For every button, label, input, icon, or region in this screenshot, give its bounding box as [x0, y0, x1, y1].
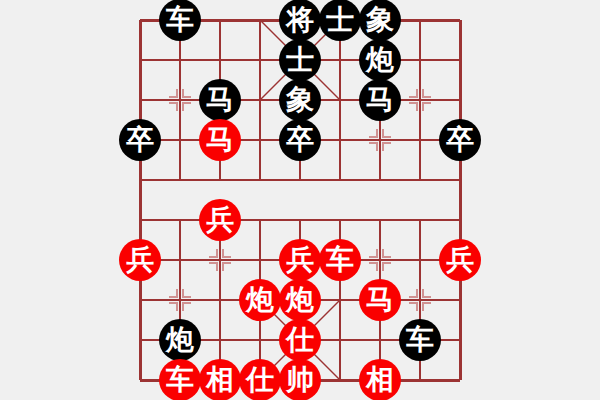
board-point-r0c8[interactable]	[440, 0, 480, 40]
board-point-r7c7[interactable]	[400, 280, 440, 320]
piece-red-elephant[interactable]: 相	[199, 359, 241, 400]
piece-black-chariot[interactable]: 车	[159, 0, 201, 41]
board-point-r8c3[interactable]	[240, 320, 280, 360]
board-point-r4c4[interactable]	[280, 160, 320, 200]
board-point-r3c0[interactable]: 卒	[120, 120, 160, 160]
board-point-r5c5[interactable]	[320, 200, 360, 240]
board-point-r3c8[interactable]: 卒	[440, 120, 480, 160]
board-point-r5c3[interactable]	[240, 200, 280, 240]
board-point-r0c6[interactable]: 象	[360, 0, 400, 40]
piece-black-general[interactable]: 将	[279, 0, 321, 41]
board-point-r5c8[interactable]	[440, 200, 480, 240]
board-point-r2c6[interactable]: 马	[360, 80, 400, 120]
board-point-r3c2[interactable]: 马	[200, 120, 240, 160]
board-point-r9c7[interactable]	[400, 360, 440, 400]
piece-black-cannon[interactable]: 炮	[359, 39, 401, 81]
board-point-r8c4[interactable]: 仕	[280, 320, 320, 360]
board-point-r7c3[interactable]: 炮	[240, 280, 280, 320]
piece-red-cannon[interactable]: 炮	[239, 279, 281, 321]
board-point-r0c2[interactable]	[200, 0, 240, 40]
board-point-r4c8[interactable]	[440, 160, 480, 200]
board-point-r2c5[interactable]	[320, 80, 360, 120]
board-point-r1c8[interactable]	[440, 40, 480, 80]
xiangqi-board: 车将士象士炮马象马卒马卒卒兵兵兵车兵炮炮马炮仕车车相仕帅相	[120, 0, 480, 400]
board-point-r0c1[interactable]: 车	[160, 0, 200, 40]
board-point-r1c5[interactable]	[320, 40, 360, 80]
board-point-r4c6[interactable]	[360, 160, 400, 200]
board-point-r1c7[interactable]	[400, 40, 440, 80]
piece-red-soldier[interactable]: 兵	[439, 239, 481, 281]
board-point-r1c3[interactable]	[240, 40, 280, 80]
point-mark	[207, 247, 233, 273]
board-point-r8c6[interactable]	[360, 320, 400, 360]
piece-red-soldier[interactable]: 兵	[279, 239, 321, 281]
board-point-r7c5[interactable]	[320, 280, 360, 320]
piece-red-advisor[interactable]: 仕	[239, 359, 281, 400]
board-point-r1c2[interactable]	[200, 40, 240, 80]
board-point-r2c8[interactable]	[440, 80, 480, 120]
piece-red-horse[interactable]: 马	[359, 279, 401, 321]
board-point-r8c1[interactable]: 炮	[160, 320, 200, 360]
board-point-r9c6[interactable]: 相	[360, 360, 400, 400]
board-point-r2c3[interactable]	[240, 80, 280, 120]
board-point-r2c0[interactable]	[120, 80, 160, 120]
point-mark	[407, 287, 433, 313]
board-point-r4c7[interactable]	[400, 160, 440, 200]
piece-red-chariot[interactable]: 车	[159, 359, 201, 400]
piece-red-cannon[interactable]: 炮	[279, 279, 321, 321]
board-point-r6c2[interactable]	[200, 240, 240, 280]
board-point-r6c0[interactable]: 兵	[120, 240, 160, 280]
board-point-r0c5[interactable]: 士	[320, 0, 360, 40]
board-point-r3c5[interactable]	[320, 120, 360, 160]
piece-black-soldier[interactable]: 卒	[279, 119, 321, 161]
board-point-r1c6[interactable]: 炮	[360, 40, 400, 80]
piece-red-elephant[interactable]: 相	[359, 359, 401, 400]
board-point-r4c2[interactable]	[200, 160, 240, 200]
piece-red-chariot[interactable]: 车	[319, 239, 361, 281]
board-point-r2c4[interactable]: 象	[280, 80, 320, 120]
board-point-r4c5[interactable]	[320, 160, 360, 200]
piece-red-horse[interactable]: 马	[199, 119, 241, 161]
board-point-r9c1[interactable]: 车	[160, 360, 200, 400]
board-point-r3c7[interactable]	[400, 120, 440, 160]
board-point-r9c4[interactable]: 帅	[280, 360, 320, 400]
board-point-r5c7[interactable]	[400, 200, 440, 240]
board-point-r7c1[interactable]	[160, 280, 200, 320]
board-point-r3c3[interactable]	[240, 120, 280, 160]
board-point-r5c4[interactable]	[280, 200, 320, 240]
board-point-r4c0[interactable]	[120, 160, 160, 200]
board-point-r9c0[interactable]	[120, 360, 160, 400]
point-mark	[407, 87, 433, 113]
board-point-r9c8[interactable]	[440, 360, 480, 400]
board-point-r0c3[interactable]	[240, 0, 280, 40]
board-point-r6c1[interactable]	[160, 240, 200, 280]
board-point-r7c2[interactable]	[200, 280, 240, 320]
board-point-r6c5[interactable]: 车	[320, 240, 360, 280]
piece-red-soldier[interactable]: 兵	[199, 199, 241, 241]
board-point-r0c7[interactable]	[400, 0, 440, 40]
point-mark	[367, 247, 393, 273]
board-point-r0c0[interactable]	[120, 0, 160, 40]
piece-black-horse[interactable]: 马	[199, 79, 241, 121]
piece-red-general[interactable]: 帅	[279, 359, 321, 400]
piece-black-advisor[interactable]: 士	[279, 39, 321, 81]
board-point-r6c3[interactable]	[240, 240, 280, 280]
board-point-r8c5[interactable]	[320, 320, 360, 360]
board-point-r3c4[interactable]: 卒	[280, 120, 320, 160]
board-point-r7c0[interactable]	[120, 280, 160, 320]
board-point-r7c6[interactable]: 马	[360, 280, 400, 320]
board-point-r1c0[interactable]	[120, 40, 160, 80]
xiangqi-app-screen: 车将士象士炮马象马卒马卒卒兵兵兵车兵炮炮马炮仕车车相仕帅相	[0, 0, 600, 400]
point-mark	[367, 127, 393, 153]
board-point-r9c5[interactable]	[320, 360, 360, 400]
board-point-r3c1[interactable]	[160, 120, 200, 160]
piece-black-horse[interactable]: 马	[359, 79, 401, 121]
board-point-r0c4[interactable]: 将	[280, 0, 320, 40]
board-point-r1c4[interactable]: 士	[280, 40, 320, 80]
piece-red-soldier[interactable]: 兵	[119, 239, 161, 281]
point-mark	[167, 87, 193, 113]
board-point-r6c7[interactable]	[400, 240, 440, 280]
board-point-r5c2[interactable]: 兵	[200, 200, 240, 240]
board-point-r6c4[interactable]: 兵	[280, 240, 320, 280]
board-point-r1c1[interactable]	[160, 40, 200, 80]
board-point-r2c2[interactable]: 马	[200, 80, 240, 120]
board-point-r5c1[interactable]	[160, 200, 200, 240]
board-point-r3c6[interactable]	[360, 120, 400, 160]
piece-black-soldier[interactable]: 卒	[119, 119, 161, 161]
piece-black-advisor[interactable]: 士	[319, 0, 361, 41]
board-point-r8c0[interactable]	[120, 320, 160, 360]
board-point-r9c3[interactable]: 仕	[240, 360, 280, 400]
board-point-r2c1[interactable]	[160, 80, 200, 120]
board-point-r4c3[interactable]	[240, 160, 280, 200]
piece-black-soldier[interactable]: 卒	[439, 119, 481, 161]
board-point-r2c7[interactable]	[400, 80, 440, 120]
board-point-r7c8[interactable]	[440, 280, 480, 320]
piece-black-chariot[interactable]: 车	[399, 319, 441, 361]
board-point-r8c2[interactable]	[200, 320, 240, 360]
board-point-r6c8[interactable]: 兵	[440, 240, 480, 280]
piece-black-elephant[interactable]: 象	[359, 0, 401, 41]
board-point-r5c0[interactable]	[120, 200, 160, 240]
board-point-r9c2[interactable]: 相	[200, 360, 240, 400]
board-point-r6c6[interactable]	[360, 240, 400, 280]
piece-black-elephant[interactable]: 象	[279, 79, 321, 121]
piece-red-advisor[interactable]: 仕	[279, 319, 321, 361]
board-point-r8c8[interactable]	[440, 320, 480, 360]
board-point-r8c7[interactable]: 车	[400, 320, 440, 360]
board-point-r5c6[interactable]	[360, 200, 400, 240]
board-point-r7c4[interactable]: 炮	[280, 280, 320, 320]
piece-black-cannon[interactable]: 炮	[159, 319, 201, 361]
point-mark	[167, 287, 193, 313]
board-point-r4c1[interactable]	[160, 160, 200, 200]
